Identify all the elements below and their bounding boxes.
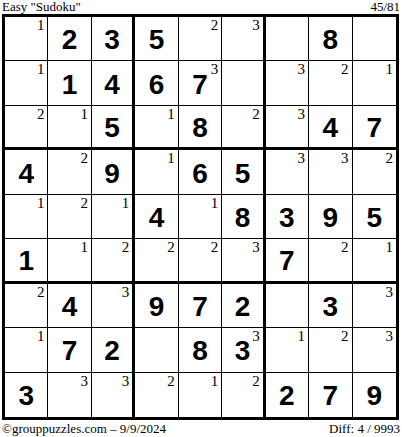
pencil-mark: 2 bbox=[37, 107, 45, 122]
pencil-mark: 2 bbox=[211, 240, 219, 255]
cell-r2c7[interactable]: 3 bbox=[266, 61, 309, 105]
pencil-mark: 2 bbox=[167, 374, 175, 389]
cell-r3c5[interactable]: 8 bbox=[179, 106, 222, 150]
cell-value: 4 bbox=[48, 284, 90, 327]
cell-value: 8 bbox=[222, 195, 262, 238]
cell-r3c6[interactable]: 2 bbox=[222, 106, 265, 150]
pencil-mark: 2 bbox=[252, 107, 260, 122]
page-header: Easy "Sudoku" 45/81 bbox=[2, 0, 400, 14]
pencil-mark: 2 bbox=[37, 285, 45, 300]
cell-value: 8 bbox=[179, 328, 221, 371]
pencil-mark: 1 bbox=[385, 240, 393, 255]
cell-r6c2[interactable]: 1 bbox=[48, 239, 91, 283]
pencil-mark: 1 bbox=[211, 196, 219, 211]
cell-r9c1[interactable]: 3 bbox=[5, 373, 48, 417]
pencil-mark: 1 bbox=[167, 151, 175, 166]
cell-value: 8 bbox=[179, 106, 221, 147]
cell-r3c4[interactable]: 1 bbox=[135, 106, 178, 150]
pencil-mark: 3 bbox=[298, 151, 306, 166]
cell-r8c4[interactable] bbox=[135, 328, 178, 372]
cell-r1c1[interactable]: 1 bbox=[5, 17, 48, 61]
pencil-mark: 1 bbox=[298, 329, 306, 344]
cell-r9c6[interactable]: 2 bbox=[222, 373, 265, 417]
cell-value: 9 bbox=[309, 195, 351, 238]
pencil-mark: 3 bbox=[122, 374, 130, 389]
pencil-mark: 1 bbox=[37, 62, 45, 77]
cell-value: 1 bbox=[5, 239, 47, 280]
cell-value: 4 bbox=[5, 150, 47, 193]
pencil-mark: 2 bbox=[80, 151, 88, 166]
cell-r8c5[interactable]: 8 bbox=[179, 328, 222, 372]
cell-r7c1[interactable]: 2 bbox=[5, 284, 48, 328]
difficulty-label: Diff: 4 / 9993 bbox=[329, 422, 400, 436]
cell-value: 2 bbox=[92, 328, 132, 371]
pencil-mark: 2 bbox=[122, 240, 130, 255]
pencil-mark: 1 bbox=[211, 374, 219, 389]
cell-r2c6[interactable] bbox=[222, 61, 265, 105]
cell-r8c6[interactable]: 33 bbox=[222, 328, 265, 372]
cell-value: 9 bbox=[135, 284, 177, 327]
cell-r2c9[interactable]: 1 bbox=[353, 61, 396, 105]
pencil-mark: 3 bbox=[385, 285, 393, 300]
cell-r5c6[interactable]: 8 bbox=[222, 195, 265, 239]
cell-value: 9 bbox=[353, 373, 396, 417]
copyright-date: ©grouppuzzles.com – 9/9/2024 bbox=[2, 422, 166, 436]
cell-value: 3 bbox=[5, 373, 47, 417]
cell-r7c7[interactable] bbox=[266, 284, 309, 328]
cell-r8c3[interactable]: 2 bbox=[92, 328, 135, 372]
cell-value: 7 bbox=[353, 106, 396, 147]
cell-value: 4 bbox=[92, 61, 132, 104]
cell-r5c2[interactable]: 2 bbox=[48, 195, 91, 239]
pencil-mark: 3 bbox=[341, 151, 349, 166]
cell-value: 3 bbox=[266, 195, 308, 238]
pencil-mark: 1 bbox=[37, 329, 45, 344]
pencil-mark: 1 bbox=[37, 196, 45, 211]
cell-value: 5 bbox=[353, 195, 396, 238]
cell-r2c3[interactable]: 4 bbox=[92, 61, 135, 105]
cell-r5c3[interactable]: 1 bbox=[92, 195, 135, 239]
pencil-mark: 3 bbox=[122, 285, 130, 300]
pencil-mark: 1 bbox=[37, 18, 45, 33]
cell-r8c2[interactable]: 7 bbox=[48, 328, 91, 372]
cell-r1c7[interactable] bbox=[266, 17, 309, 61]
cell-r3c2[interactable]: 1 bbox=[48, 106, 91, 150]
pencil-mark: 3 bbox=[252, 18, 260, 33]
cell-value: 4 bbox=[135, 195, 177, 238]
page-footer: ©grouppuzzles.com – 9/9/2024 Diff: 4 / 9… bbox=[2, 421, 400, 436]
pencil-mark: 2 bbox=[252, 374, 260, 389]
cell-r1c3[interactable]: 3 bbox=[92, 17, 135, 61]
cell-r1c4[interactable]: 5 bbox=[135, 17, 178, 61]
pencil-mark: 1 bbox=[80, 107, 88, 122]
pencil-mark: 2 bbox=[80, 196, 88, 211]
cell-r2c2[interactable]: 1 bbox=[48, 61, 91, 105]
pencil-mark: 1 bbox=[80, 240, 88, 255]
pencil-mark: 3 bbox=[385, 329, 393, 344]
pencil-mark: 2 bbox=[211, 18, 219, 33]
cell-r7c5[interactable]: 7 bbox=[179, 284, 222, 328]
cell-value: 6 bbox=[135, 61, 177, 104]
pencil-mark: 3 bbox=[252, 329, 260, 344]
cell-r2c1[interactable]: 1 bbox=[5, 61, 48, 105]
cell-r9c8[interactable]: 7 bbox=[309, 373, 352, 417]
pencil-mark: 3 bbox=[298, 62, 306, 77]
cell-r3c1[interactable]: 2 bbox=[5, 106, 48, 150]
cell-r3c3[interactable]: 5 bbox=[92, 106, 135, 150]
cell-r8c9[interactable]: 3 bbox=[353, 328, 396, 372]
cell-r1c8[interactable]: 8 bbox=[309, 17, 352, 61]
cell-r4c2[interactable]: 2 bbox=[48, 150, 91, 194]
cell-r8c1[interactable]: 1 bbox=[5, 328, 48, 372]
cell-r9c3[interactable]: 3 bbox=[92, 373, 135, 417]
cell-r9c9[interactable]: 9 bbox=[353, 373, 396, 417]
cell-value: 4 bbox=[309, 106, 351, 147]
cell-r9c4[interactable]: 2 bbox=[135, 373, 178, 417]
cell-r1c5[interactable]: 2 bbox=[179, 17, 222, 61]
cell-value: 3 bbox=[92, 17, 132, 60]
pencil-mark: 1 bbox=[167, 107, 175, 122]
pencil-mark: 2 bbox=[341, 62, 349, 77]
cell-value: 5 bbox=[92, 106, 132, 147]
pencil-mark: 1 bbox=[122, 196, 130, 211]
pencil-mark: 2 bbox=[341, 329, 349, 344]
cell-r3c9[interactable]: 7 bbox=[353, 106, 396, 150]
sudoku-page: Easy "Sudoku" 45/81 12352381146733212151… bbox=[0, 0, 402, 437]
cell-r5c7[interactable]: 3 bbox=[266, 195, 309, 239]
cell-value: 5 bbox=[135, 17, 177, 60]
pencil-mark: 3 bbox=[252, 240, 260, 255]
cell-r9c5[interactable]: 1 bbox=[179, 373, 222, 417]
cell-r1c2[interactable]: 2 bbox=[48, 17, 91, 61]
cell-value: 7 bbox=[309, 373, 351, 417]
cell-r7c9[interactable]: 3 bbox=[353, 284, 396, 328]
cell-r5c9[interactable]: 5 bbox=[353, 195, 396, 239]
cell-r5c1[interactable]: 1 bbox=[5, 195, 48, 239]
sudoku-board: 1235238114673321215182347429165332121418… bbox=[2, 14, 399, 420]
cell-counter: 45/81 bbox=[370, 0, 400, 13]
cell-r2c4[interactable]: 6 bbox=[135, 61, 178, 105]
cell-r7c3[interactable]: 3 bbox=[92, 284, 135, 328]
cell-r1c9[interactable] bbox=[353, 17, 396, 61]
cell-r8c7[interactable]: 1 bbox=[266, 328, 309, 372]
cell-value: 1 bbox=[48, 61, 90, 104]
pencil-mark: 2 bbox=[167, 240, 175, 255]
pencil-mark: 3 bbox=[80, 374, 88, 389]
cell-r2c5[interactable]: 73 bbox=[179, 61, 222, 105]
cell-value: 9 bbox=[92, 150, 132, 193]
pencil-mark: 3 bbox=[211, 62, 219, 77]
cell-r6c4[interactable]: 2 bbox=[135, 239, 178, 283]
cell-value: 2 bbox=[48, 17, 90, 60]
cell-value: 7 bbox=[266, 239, 308, 280]
cell-r9c2[interactable]: 3 bbox=[48, 373, 91, 417]
cell-value: 7 bbox=[48, 328, 90, 371]
cell-value: 6 bbox=[179, 150, 221, 193]
cell-value: 2 bbox=[222, 284, 262, 327]
cell-r6c6[interactable]: 3 bbox=[222, 239, 265, 283]
cell-value: 2 bbox=[266, 373, 308, 417]
cell-r4c5[interactable]: 6 bbox=[179, 150, 222, 194]
pencil-mark: 1 bbox=[385, 62, 393, 77]
cell-r3c8[interactable]: 4 bbox=[309, 106, 352, 150]
cell-r7c4[interactable]: 9 bbox=[135, 284, 178, 328]
cell-r9c7[interactable]: 2 bbox=[266, 373, 309, 417]
cell-r6c1[interactable]: 1 bbox=[5, 239, 48, 283]
pencil-mark: 2 bbox=[385, 151, 393, 166]
puzzle-title: Easy "Sudoku" bbox=[2, 0, 81, 13]
cell-r5c4[interactable]: 4 bbox=[135, 195, 178, 239]
cell-r2c8[interactable]: 2 bbox=[309, 61, 352, 105]
cell-r7c2[interactable]: 4 bbox=[48, 284, 91, 328]
cell-r4c1[interactable]: 4 bbox=[5, 150, 48, 194]
cell-value: 5 bbox=[222, 150, 262, 193]
cell-value: 8 bbox=[309, 17, 351, 60]
cell-r4c4[interactable]: 1 bbox=[135, 150, 178, 194]
cell-r6c8[interactable]: 2 bbox=[309, 239, 352, 283]
cell-r6c3[interactable]: 2 bbox=[92, 239, 135, 283]
cell-r3c7[interactable]: 3 bbox=[266, 106, 309, 150]
cell-r4c8[interactable]: 3 bbox=[309, 150, 352, 194]
cell-r4c9[interactable]: 2 bbox=[353, 150, 396, 194]
cell-value: 7 bbox=[179, 284, 221, 327]
cell-r5c8[interactable]: 9 bbox=[309, 195, 352, 239]
pencil-mark: 3 bbox=[298, 107, 306, 122]
cell-r7c8[interactable]: 3 bbox=[309, 284, 352, 328]
cell-r4c3[interactable]: 9 bbox=[92, 150, 135, 194]
cell-r5c5[interactable]: 1 bbox=[179, 195, 222, 239]
cell-r7c6[interactable]: 2 bbox=[222, 284, 265, 328]
cell-r6c9[interactable]: 1 bbox=[353, 239, 396, 283]
pencil-mark: 2 bbox=[341, 240, 349, 255]
cell-r6c7[interactable]: 7 bbox=[266, 239, 309, 283]
cell-value: 3 bbox=[309, 284, 351, 327]
cell-r1c6[interactable]: 3 bbox=[222, 17, 265, 61]
cell-r4c6[interactable]: 5 bbox=[222, 150, 265, 194]
cell-r6c5[interactable]: 2 bbox=[179, 239, 222, 283]
cell-r8c8[interactable]: 2 bbox=[309, 328, 352, 372]
cell-r4c7[interactable]: 3 bbox=[266, 150, 309, 194]
